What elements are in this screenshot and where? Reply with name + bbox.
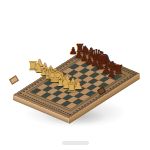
photo-watermark [62,141,89,145]
product-photo-stage: ♜♞♝♛♚♝♞♜♟♟♟♟♟♟♟♟♟♟♟♟♟♟♟♟♜♞♝♛♚♝♞♜ [0,0,150,150]
piece-black-pawn[interactable]: ♟ [107,68,116,78]
piece-white-rook[interactable]: ♜ [66,81,78,94]
